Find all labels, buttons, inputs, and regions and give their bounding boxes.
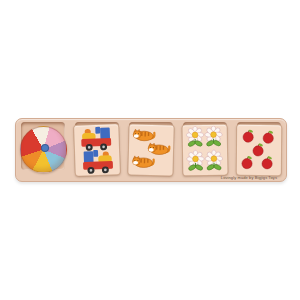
tile-three-cats[interactable] bbox=[127, 123, 174, 176]
apple-4 bbox=[242, 156, 252, 169]
piece-beach-ball[interactable] bbox=[20, 126, 67, 173]
apple-2 bbox=[263, 130, 273, 143]
slot-5 bbox=[232, 119, 286, 181]
puzzle-tray: Lovingly made by Bigjigs Toys bbox=[15, 118, 287, 182]
flower-2 bbox=[205, 126, 223, 147]
cat-1 bbox=[133, 129, 154, 141]
cat-2 bbox=[148, 143, 169, 155]
flower-4 bbox=[205, 150, 223, 171]
apple-tile-graphic bbox=[238, 126, 280, 174]
apple-5 bbox=[262, 156, 272, 169]
tile-two-trains[interactable] bbox=[73, 123, 121, 177]
slot-3 bbox=[124, 119, 178, 181]
slot-4 bbox=[178, 119, 232, 181]
train-tile-graphic bbox=[75, 125, 119, 174]
cat-tile-graphic bbox=[129, 125, 172, 174]
cat-3 bbox=[132, 156, 153, 168]
tile-four-flowers[interactable] bbox=[182, 124, 229, 177]
slot-2 bbox=[70, 119, 124, 181]
slot-1 bbox=[16, 119, 70, 181]
train-engine-1 bbox=[81, 126, 112, 151]
flower-3 bbox=[187, 150, 205, 171]
train-engine-2 bbox=[83, 149, 114, 174]
flower-tile-graphic bbox=[184, 126, 227, 175]
brand-caption: Lovingly made by Bigjigs Toys bbox=[221, 176, 277, 180]
flower-1 bbox=[186, 126, 204, 147]
tile-five-apples[interactable] bbox=[236, 124, 282, 176]
apple-1 bbox=[243, 129, 253, 142]
apple-3 bbox=[253, 143, 263, 156]
product-photo: Lovingly made by Bigjigs Toys bbox=[0, 0, 300, 300]
